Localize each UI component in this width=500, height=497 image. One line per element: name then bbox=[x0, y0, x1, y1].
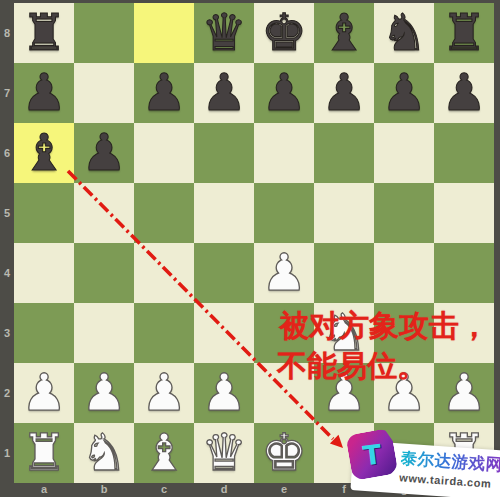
piece-black-rook-h8[interactable]: ♜ bbox=[434, 3, 494, 63]
square-a3[interactable] bbox=[14, 303, 74, 363]
square-h8[interactable]: ♜ bbox=[434, 3, 494, 63]
rank-label-8: 8 bbox=[0, 3, 14, 63]
piece-black-pawn-a7[interactable]: ♟ bbox=[14, 63, 74, 123]
piece-white-queen-d1[interactable]: ♛ bbox=[194, 423, 254, 483]
chess-board[interactable]: ♜♛♚♝♞♜♟♟♟♟♟♟♟♝♟♟♞♟♟♟♟♟♟♟♜♞♝♛♚♜ bbox=[14, 3, 494, 483]
square-a8[interactable]: ♜ bbox=[14, 3, 74, 63]
square-h6[interactable] bbox=[434, 123, 494, 183]
rank-label-1: 1 bbox=[0, 423, 14, 483]
file-label-b: b bbox=[74, 482, 134, 497]
square-c2[interactable]: ♟ bbox=[134, 363, 194, 423]
chess-app: 87654321 ♜♛♚♝♞♜♟♟♟♟♟♟♟♝♟♟♞♟♟♟♟♟♟♟♜♞♝♛♚♜ … bbox=[0, 0, 500, 497]
square-b1[interactable]: ♞ bbox=[74, 423, 134, 483]
square-a5[interactable] bbox=[14, 183, 74, 243]
file-label-a: a bbox=[14, 482, 74, 497]
square-d3[interactable] bbox=[194, 303, 254, 363]
square-a4[interactable] bbox=[14, 243, 74, 303]
rank-label-2: 2 bbox=[0, 363, 14, 423]
rank-labels: 87654321 bbox=[0, 3, 14, 483]
square-d1[interactable]: ♛ bbox=[194, 423, 254, 483]
square-e7[interactable]: ♟ bbox=[254, 63, 314, 123]
piece-white-pawn-a2[interactable]: ♟ bbox=[14, 363, 74, 423]
piece-black-pawn-h7[interactable]: ♟ bbox=[434, 63, 494, 123]
square-c8[interactable] bbox=[134, 3, 194, 63]
piece-white-knight-b1[interactable]: ♞ bbox=[74, 423, 134, 483]
piece-black-pawn-b6[interactable]: ♟ bbox=[74, 123, 134, 183]
square-e8[interactable]: ♚ bbox=[254, 3, 314, 63]
square-b2[interactable]: ♟ bbox=[74, 363, 134, 423]
square-g6[interactable] bbox=[374, 123, 434, 183]
square-d5[interactable] bbox=[194, 183, 254, 243]
square-a7[interactable]: ♟ bbox=[14, 63, 74, 123]
rank-label-7: 7 bbox=[0, 63, 14, 123]
piece-black-queen-d8[interactable]: ♛ bbox=[194, 3, 254, 63]
piece-black-pawn-d7[interactable]: ♟ bbox=[194, 63, 254, 123]
square-a2[interactable]: ♟ bbox=[14, 363, 74, 423]
square-d8[interactable]: ♛ bbox=[194, 3, 254, 63]
square-a6[interactable]: ♝ bbox=[14, 123, 74, 183]
rank-label-6: 6 bbox=[0, 123, 14, 183]
square-c3[interactable] bbox=[134, 303, 194, 363]
piece-white-king-e1[interactable]: ♚ bbox=[254, 423, 314, 483]
square-h4[interactable] bbox=[434, 243, 494, 303]
square-e1[interactable]: ♚ bbox=[254, 423, 314, 483]
piece-white-pawn-e4[interactable]: ♟ bbox=[254, 243, 314, 303]
square-d2[interactable]: ♟ bbox=[194, 363, 254, 423]
square-b8[interactable] bbox=[74, 3, 134, 63]
square-f6[interactable] bbox=[314, 123, 374, 183]
square-g4[interactable] bbox=[374, 243, 434, 303]
annotation-line-2: 不能易位。 bbox=[277, 351, 427, 381]
square-c6[interactable] bbox=[134, 123, 194, 183]
square-d7[interactable]: ♟ bbox=[194, 63, 254, 123]
piece-white-pawn-c2[interactable]: ♟ bbox=[134, 363, 194, 423]
file-label-c: c bbox=[134, 482, 194, 497]
square-c5[interactable] bbox=[134, 183, 194, 243]
rank-label-4: 4 bbox=[0, 243, 14, 303]
file-label-d: d bbox=[194, 482, 254, 497]
square-h5[interactable] bbox=[434, 183, 494, 243]
piece-black-pawn-e7[interactable]: ♟ bbox=[254, 63, 314, 123]
piece-white-pawn-h2[interactable]: ♟ bbox=[434, 363, 494, 423]
square-e5[interactable] bbox=[254, 183, 314, 243]
piece-black-rook-a8[interactable]: ♜ bbox=[14, 3, 74, 63]
square-h2[interactable]: ♟ bbox=[434, 363, 494, 423]
square-b4[interactable] bbox=[74, 243, 134, 303]
square-g8[interactable]: ♞ bbox=[374, 3, 434, 63]
piece-black-pawn-g7[interactable]: ♟ bbox=[374, 63, 434, 123]
watermark: T 泰尔达游戏网 www.tairda.com bbox=[350, 440, 500, 497]
square-g7[interactable]: ♟ bbox=[374, 63, 434, 123]
square-f4[interactable] bbox=[314, 243, 374, 303]
piece-black-king-e8[interactable]: ♚ bbox=[254, 3, 314, 63]
square-d6[interactable] bbox=[194, 123, 254, 183]
square-c1[interactable]: ♝ bbox=[134, 423, 194, 483]
square-a1[interactable]: ♜ bbox=[14, 423, 74, 483]
file-label-e: e bbox=[254, 482, 314, 497]
square-f8[interactable]: ♝ bbox=[314, 3, 374, 63]
annotation-line-1: 被对方象攻击， bbox=[279, 311, 489, 341]
piece-white-pawn-b2[interactable]: ♟ bbox=[74, 363, 134, 423]
square-e6[interactable] bbox=[254, 123, 314, 183]
square-b6[interactable]: ♟ bbox=[74, 123, 134, 183]
square-c7[interactable]: ♟ bbox=[134, 63, 194, 123]
piece-black-pawn-c7[interactable]: ♟ bbox=[134, 63, 194, 123]
square-c4[interactable] bbox=[134, 243, 194, 303]
square-b5[interactable] bbox=[74, 183, 134, 243]
piece-black-bishop-a6[interactable]: ♝ bbox=[14, 123, 74, 183]
square-b3[interactable] bbox=[74, 303, 134, 363]
piece-white-bishop-c1[interactable]: ♝ bbox=[134, 423, 194, 483]
square-g5[interactable] bbox=[374, 183, 434, 243]
square-h7[interactable]: ♟ bbox=[434, 63, 494, 123]
square-f7[interactable]: ♟ bbox=[314, 63, 374, 123]
watermark-logo-letter: T bbox=[361, 438, 383, 471]
piece-black-bishop-f8[interactable]: ♝ bbox=[314, 3, 374, 63]
piece-white-rook-a1[interactable]: ♜ bbox=[14, 423, 74, 483]
square-d4[interactable] bbox=[194, 243, 254, 303]
piece-white-pawn-d2[interactable]: ♟ bbox=[194, 363, 254, 423]
square-b7[interactable] bbox=[74, 63, 134, 123]
rank-label-3: 3 bbox=[0, 303, 14, 363]
rank-label-5: 5 bbox=[0, 183, 14, 243]
piece-black-pawn-f7[interactable]: ♟ bbox=[314, 63, 374, 123]
square-e4[interactable]: ♟ bbox=[254, 243, 314, 303]
square-f5[interactable] bbox=[314, 183, 374, 243]
piece-black-knight-g8[interactable]: ♞ bbox=[374, 3, 434, 63]
